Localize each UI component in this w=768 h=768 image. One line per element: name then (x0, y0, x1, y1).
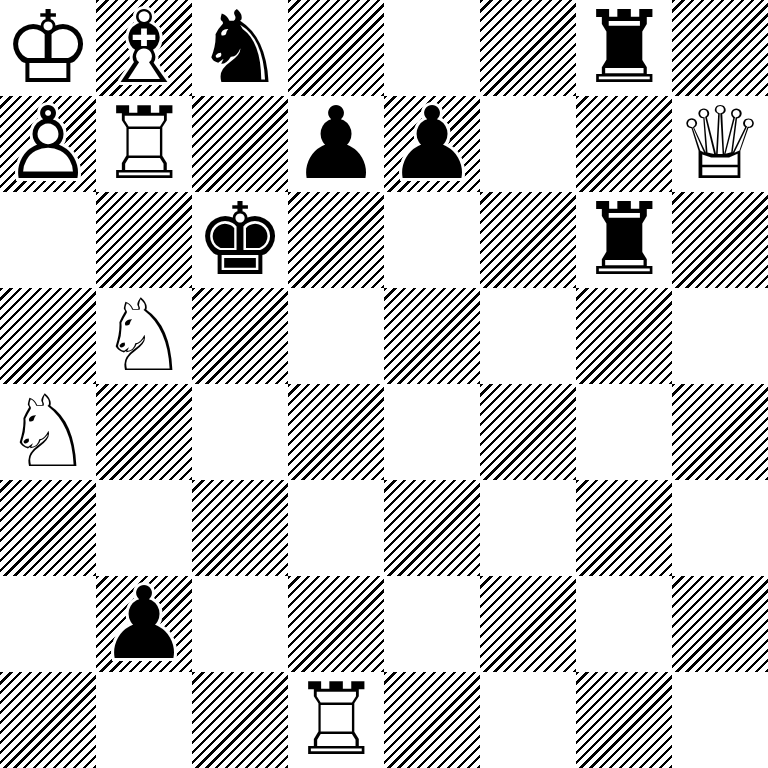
white-king-a8[interactable]: ♚♔ (0, 0, 96, 96)
piece-glyph: ♗ (96, 0, 192, 96)
square-a6[interactable] (0, 192, 96, 288)
square-b8[interactable]: ♝♗ (96, 0, 192, 96)
chess-board: ♚♔♝♗♞♞♜♜♟♙♜♖♟♟♟♟♛♕♚♚♜♜♞♘♞♘♟♟♜♖ (0, 0, 768, 768)
square-c1[interactable] (192, 672, 288, 768)
square-e3[interactable] (384, 480, 480, 576)
square-f6[interactable] (480, 192, 576, 288)
square-b6[interactable] (96, 192, 192, 288)
piece-glyph: ♖ (96, 96, 192, 192)
square-g3[interactable] (576, 480, 672, 576)
square-b5[interactable]: ♞♘ (96, 288, 192, 384)
square-g7[interactable] (576, 96, 672, 192)
square-e1[interactable] (384, 672, 480, 768)
white-pawn-a7[interactable]: ♟♙ (0, 96, 96, 192)
piece-glyph: ♔ (0, 0, 96, 96)
square-c3[interactable] (192, 480, 288, 576)
square-h3[interactable] (672, 480, 768, 576)
piece-glyph: ♚ (192, 192, 288, 288)
square-a7[interactable]: ♟♙ (0, 96, 96, 192)
square-g2[interactable] (576, 576, 672, 672)
square-g8[interactable]: ♜♜ (576, 0, 672, 96)
square-f7[interactable] (480, 96, 576, 192)
square-a2[interactable] (0, 576, 96, 672)
piece-glyph: ♟ (384, 96, 480, 192)
square-h2[interactable] (672, 576, 768, 672)
square-a1[interactable] (0, 672, 96, 768)
square-d5[interactable] (288, 288, 384, 384)
square-f3[interactable] (480, 480, 576, 576)
square-d4[interactable] (288, 384, 384, 480)
square-e4[interactable] (384, 384, 480, 480)
square-a5[interactable] (0, 288, 96, 384)
square-c5[interactable] (192, 288, 288, 384)
square-a4[interactable]: ♞♘ (0, 384, 96, 480)
white-rook-b7[interactable]: ♜♖ (96, 96, 192, 192)
black-king-c6[interactable]: ♚♚ (192, 192, 288, 288)
square-e8[interactable] (384, 0, 480, 96)
square-e6[interactable] (384, 192, 480, 288)
piece-glyph: ♟ (288, 96, 384, 192)
square-c7[interactable] (192, 96, 288, 192)
square-h1[interactable] (672, 672, 768, 768)
square-a3[interactable] (0, 480, 96, 576)
square-f8[interactable] (480, 0, 576, 96)
piece-glyph: ♘ (96, 288, 192, 384)
square-b2[interactable]: ♟♟ (96, 576, 192, 672)
piece-glyph: ♙ (0, 96, 96, 192)
square-d3[interactable] (288, 480, 384, 576)
white-knight-a4[interactable]: ♞♘ (0, 384, 96, 480)
square-f2[interactable] (480, 576, 576, 672)
square-e7[interactable]: ♟♟ (384, 96, 480, 192)
black-rook-g6[interactable]: ♜♜ (576, 192, 672, 288)
square-c6[interactable]: ♚♚ (192, 192, 288, 288)
square-g4[interactable] (576, 384, 672, 480)
square-h4[interactable] (672, 384, 768, 480)
square-b4[interactable] (96, 384, 192, 480)
square-c4[interactable] (192, 384, 288, 480)
black-pawn-b2[interactable]: ♟♟ (96, 576, 192, 672)
black-rook-g8[interactable]: ♜♜ (576, 0, 672, 96)
square-b7[interactable]: ♜♖ (96, 96, 192, 192)
white-queen-h7[interactable]: ♛♕ (672, 96, 768, 192)
square-c8[interactable]: ♞♞ (192, 0, 288, 96)
square-h7[interactable]: ♛♕ (672, 96, 768, 192)
black-knight-c8[interactable]: ♞♞ (192, 0, 288, 96)
piece-glyph: ♞ (192, 0, 288, 96)
square-f1[interactable] (480, 672, 576, 768)
square-d2[interactable] (288, 576, 384, 672)
piece-glyph: ♕ (672, 96, 768, 192)
square-d8[interactable] (288, 0, 384, 96)
white-rook-d1[interactable]: ♜♖ (288, 672, 384, 768)
square-f5[interactable] (480, 288, 576, 384)
square-c2[interactable] (192, 576, 288, 672)
square-g1[interactable] (576, 672, 672, 768)
square-h8[interactable] (672, 0, 768, 96)
square-b1[interactable] (96, 672, 192, 768)
black-pawn-e7[interactable]: ♟♟ (384, 96, 480, 192)
piece-glyph: ♘ (0, 384, 96, 480)
square-e5[interactable] (384, 288, 480, 384)
square-b3[interactable] (96, 480, 192, 576)
black-pawn-d7[interactable]: ♟♟ (288, 96, 384, 192)
square-d1[interactable]: ♜♖ (288, 672, 384, 768)
square-h5[interactable] (672, 288, 768, 384)
square-d7[interactable]: ♟♟ (288, 96, 384, 192)
square-f4[interactable] (480, 384, 576, 480)
square-e2[interactable] (384, 576, 480, 672)
piece-glyph: ♟ (96, 576, 192, 672)
white-bishop-b8[interactable]: ♝♗ (96, 0, 192, 96)
square-g6[interactable]: ♜♜ (576, 192, 672, 288)
square-g5[interactable] (576, 288, 672, 384)
square-d6[interactable] (288, 192, 384, 288)
white-knight-b5[interactable]: ♞♘ (96, 288, 192, 384)
piece-glyph: ♖ (288, 672, 384, 768)
piece-glyph: ♜ (576, 0, 672, 96)
square-h6[interactable] (672, 192, 768, 288)
piece-glyph: ♜ (576, 192, 672, 288)
square-a8[interactable]: ♚♔ (0, 0, 96, 96)
